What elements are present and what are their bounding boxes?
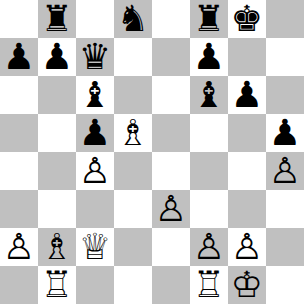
piece-black-pawn-c5: ♟︎ [79,114,111,152]
square-e4[interactable] [152,152,190,190]
square-g3[interactable] [228,190,266,228]
square-a2[interactable]: ♙︎ [0,228,38,266]
square-b8[interactable]: ♜︎ [38,0,76,38]
piece-black-bishop-c6: ♝︎ [79,76,111,114]
square-h3[interactable] [266,190,304,228]
square-a7[interactable]: ♟︎ [0,38,38,76]
square-g4[interactable] [228,152,266,190]
square-f2[interactable]: ♙︎ [190,228,228,266]
square-c7[interactable]: ♛︎ [76,38,114,76]
square-b6[interactable] [38,76,76,114]
piece-black-pawn-h5: ♟︎ [269,114,301,152]
square-b7[interactable]: ♟︎ [38,38,76,76]
piece-white-king-g1: ♔︎ [231,266,263,304]
chess-board: ♜︎♞︎♜︎♚︎♟︎♟︎♛︎♟︎♝︎♝︎♟︎♟︎♗︎♟︎♙︎♙︎♙︎♙︎♗︎♕︎… [0,0,304,304]
piece-black-pawn-f7: ♟︎ [193,38,225,76]
square-e2[interactable] [152,228,190,266]
piece-black-bishop-f6: ♝︎ [193,76,225,114]
square-d4[interactable] [114,152,152,190]
square-d8[interactable]: ♞︎ [114,0,152,38]
square-e6[interactable] [152,76,190,114]
square-g6[interactable]: ♟︎ [228,76,266,114]
square-e3[interactable]: ♙︎ [152,190,190,228]
square-f8[interactable]: ♜︎ [190,0,228,38]
piece-white-pawn-c4: ♙︎ [79,152,111,190]
piece-black-queen-c7: ♛︎ [79,38,111,76]
square-g8[interactable]: ♚︎ [228,0,266,38]
piece-white-pawn-g2: ♙︎ [231,228,263,266]
square-a5[interactable] [0,114,38,152]
piece-black-pawn-b7: ♟︎ [41,38,73,76]
square-a8[interactable] [0,0,38,38]
square-h1[interactable] [266,266,304,304]
square-g5[interactable] [228,114,266,152]
square-f1[interactable]: ♖︎ [190,266,228,304]
square-a6[interactable] [0,76,38,114]
square-e1[interactable] [152,266,190,304]
square-c2[interactable]: ♕︎ [76,228,114,266]
square-c3[interactable] [76,190,114,228]
square-d2[interactable] [114,228,152,266]
piece-black-rook-f8: ♜︎ [193,0,225,38]
square-a1[interactable] [0,266,38,304]
piece-black-king-g8: ♚︎ [231,0,263,38]
piece-white-queen-c2: ♕︎ [79,228,111,266]
square-g1[interactable]: ♔︎ [228,266,266,304]
square-h6[interactable] [266,76,304,114]
piece-white-bishop-d5: ♗︎ [117,114,149,152]
square-d7[interactable] [114,38,152,76]
square-e5[interactable] [152,114,190,152]
piece-black-knight-d8: ♞︎ [117,0,149,38]
square-d5[interactable]: ♗︎ [114,114,152,152]
square-h7[interactable] [266,38,304,76]
square-e7[interactable] [152,38,190,76]
square-h2[interactable] [266,228,304,266]
square-g7[interactable] [228,38,266,76]
square-f4[interactable] [190,152,228,190]
square-f3[interactable] [190,190,228,228]
square-c6[interactable]: ♝︎ [76,76,114,114]
piece-white-pawn-f2: ♙︎ [193,228,225,266]
square-b5[interactable] [38,114,76,152]
square-a3[interactable] [0,190,38,228]
square-a4[interactable] [0,152,38,190]
piece-black-pawn-a7: ♟︎ [3,38,35,76]
square-g2[interactable]: ♙︎ [228,228,266,266]
square-d1[interactable] [114,266,152,304]
square-b4[interactable] [38,152,76,190]
piece-white-rook-b1: ♖︎ [41,266,73,304]
piece-black-pawn-g6: ♟︎ [231,76,263,114]
square-c5[interactable]: ♟︎ [76,114,114,152]
piece-white-rook-f1: ♖︎ [193,266,225,304]
square-d6[interactable] [114,76,152,114]
square-f7[interactable]: ♟︎ [190,38,228,76]
square-h4[interactable]: ♙︎ [266,152,304,190]
piece-white-bishop-b2: ♗︎ [41,228,73,266]
square-c4[interactable]: ♙︎ [76,152,114,190]
square-d3[interactable] [114,190,152,228]
square-b3[interactable] [38,190,76,228]
square-b1[interactable]: ♖︎ [38,266,76,304]
square-f6[interactable]: ♝︎ [190,76,228,114]
piece-black-rook-b8: ♜︎ [41,0,73,38]
piece-white-pawn-a2: ♙︎ [3,228,35,266]
piece-white-pawn-h4: ♙︎ [269,152,301,190]
square-c1[interactable] [76,266,114,304]
piece-white-pawn-e3: ♙︎ [155,190,187,228]
square-h8[interactable] [266,0,304,38]
square-h5[interactable]: ♟︎ [266,114,304,152]
square-b2[interactable]: ♗︎ [38,228,76,266]
square-c8[interactable] [76,0,114,38]
square-e8[interactable] [152,0,190,38]
square-f5[interactable] [190,114,228,152]
